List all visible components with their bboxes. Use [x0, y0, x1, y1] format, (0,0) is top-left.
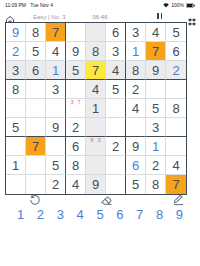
cell-r2c1[interactable]: 2: [6, 42, 26, 61]
cell-r6c7[interactable]: [126, 118, 146, 137]
cell-r2c3[interactable]: 4: [46, 42, 66, 61]
numpad-2[interactable]: 2: [37, 208, 44, 221]
cell-r5c2[interactable]: [26, 99, 46, 118]
given-digit: 5: [112, 83, 119, 96]
cell-r7c9[interactable]: [166, 137, 186, 156]
undo-icon: [29, 194, 41, 206]
cell-r1c1[interactable]: 9: [6, 23, 26, 42]
cell-r9c1[interactable]: [6, 175, 26, 194]
given-digit: 8: [12, 83, 19, 96]
cell-r4c8[interactable]: [146, 80, 166, 99]
user-digit: 2: [12, 45, 19, 58]
given-digit: 4: [152, 26, 159, 39]
battery-percent: 100%: [171, 3, 184, 8]
given-digit: 4: [92, 83, 99, 96]
given-digit: 3: [152, 121, 159, 134]
cell-r4c3[interactable]: 3: [46, 80, 66, 99]
cell-r9c9[interactable]: 7: [166, 175, 186, 194]
cell-r4c9[interactable]: [166, 80, 186, 99]
given-digit: 7: [52, 26, 59, 39]
numpad-5[interactable]: 5: [96, 208, 103, 221]
date-text: Tue Nov 4: [30, 2, 53, 8]
given-digit: 2: [72, 121, 79, 134]
settings-icon: [188, 18, 196, 26]
sudoku-board: 9876345254983176361574892834523714585923…: [5, 22, 187, 195]
cell-r7c6[interactable]: 2: [106, 137, 126, 156]
cell-r2c8[interactable]: 7: [146, 42, 166, 61]
cell-r7c2[interactable]: 7: [26, 137, 46, 156]
cell-r5c3[interactable]: [46, 99, 66, 118]
cell-r1c8[interactable]: 4: [146, 23, 166, 42]
cell-r3c8[interactable]: 9: [146, 61, 166, 80]
numpad-1[interactable]: 1: [17, 208, 24, 221]
cell-r4c1[interactable]: 8: [6, 80, 26, 99]
cell-r2c5[interactable]: 8: [86, 42, 106, 61]
settings-button[interactable]: [188, 12, 196, 30]
cell-r8c1[interactable]: 1: [6, 156, 26, 175]
battery-icon: [186, 3, 195, 8]
status-time-date: 11:09 PM Tue Nov 4: [5, 3, 53, 8]
user-digit: 1: [152, 140, 159, 153]
cell-r3c4[interactable]: 5: [66, 61, 86, 80]
cell-r1c5[interactable]: [86, 23, 106, 42]
given-digit: 9: [52, 121, 59, 134]
pencil-notes: 83: [86, 138, 105, 144]
cell-r8c7[interactable]: 6: [126, 156, 146, 175]
erase-button[interactable]: [100, 194, 114, 207]
cell-r8c5[interactable]: [86, 156, 106, 175]
numpad-9[interactable]: 9: [176, 208, 183, 221]
game-timer: 06:46: [0, 14, 200, 20]
given-digit: 5: [132, 178, 139, 191]
cell-r9c5[interactable]: 9: [86, 175, 106, 194]
given-digit: 8: [72, 159, 79, 172]
cell-r4c6[interactable]: 5: [106, 80, 126, 99]
cell-r6c5[interactable]: [86, 118, 106, 137]
cell-r4c5[interactable]: 4: [86, 80, 106, 99]
cell-r5c7[interactable]: 4: [126, 99, 146, 118]
numpad-4[interactable]: 4: [77, 208, 84, 221]
cell-r6c8[interactable]: 3: [146, 118, 166, 137]
given-digit: 4: [112, 64, 119, 77]
cell-r8c9[interactable]: 4: [166, 156, 186, 175]
eraser-icon: [100, 194, 113, 206]
cell-r9c2[interactable]: [26, 175, 46, 194]
given-digit: 2: [112, 140, 119, 153]
given-digit: 5: [152, 102, 159, 115]
cell-r3c3[interactable]: 1: [46, 61, 66, 80]
cell-r2c4[interactable]: 9: [66, 42, 86, 61]
pencil-icon: [172, 194, 185, 206]
cell-r7c3[interactable]: [46, 137, 66, 156]
given-digit: 2: [52, 178, 59, 191]
number-pad: 123456789: [0, 208, 200, 221]
cell-r2c6[interactable]: 3: [106, 42, 126, 61]
given-digit: 6: [32, 64, 39, 77]
numpad-3[interactable]: 3: [57, 208, 64, 221]
cell-r5c4[interactable]: 37: [66, 99, 86, 118]
notes-button[interactable]: [171, 194, 185, 207]
cell-r4c2[interactable]: [26, 80, 46, 99]
cell-r8c3[interactable]: 5: [46, 156, 66, 175]
cell-r6c2[interactable]: [26, 118, 46, 137]
cell-r3c9[interactable]: 2: [166, 61, 186, 80]
cell-r3c1[interactable]: 3: [6, 61, 26, 80]
cell-r3c7[interactable]: 8: [126, 61, 146, 80]
numpad-8[interactable]: 8: [156, 208, 163, 221]
cell-r2c7[interactable]: 1: [126, 42, 146, 61]
cell-r1c7[interactable]: 3: [126, 23, 146, 42]
user-digit: 9: [12, 26, 19, 39]
cell-r6c9[interactable]: [166, 118, 186, 137]
cell-r8c6[interactable]: [106, 156, 126, 175]
given-digit: 6: [72, 140, 79, 153]
given-digit: 3: [132, 26, 139, 39]
given-digit: 9: [132, 140, 139, 153]
cell-r7c4[interactable]: 6: [66, 137, 86, 156]
pencil-notes: 37: [66, 100, 85, 106]
pause-icon: [157, 13, 159, 19]
cell-r8c8[interactable]: 2: [146, 156, 166, 175]
cell-r7c8[interactable]: 1: [146, 137, 166, 156]
cell-r4c4[interactable]: [66, 80, 86, 99]
given-digit: 8: [32, 26, 39, 39]
given-digit: 8: [152, 178, 159, 191]
cell-r5c8[interactable]: 5: [146, 99, 166, 118]
given-digit: 4: [72, 178, 79, 191]
given-digit: 4: [172, 159, 179, 172]
given-digit: 5: [12, 121, 19, 134]
numpad-7[interactable]: 7: [136, 208, 143, 221]
cell-r3c2[interactable]: 6: [26, 61, 46, 80]
cell-r6c1[interactable]: 5: [6, 118, 26, 137]
cell-r5c9[interactable]: 8: [166, 99, 186, 118]
given-digit: 8: [172, 102, 179, 115]
cell-r1c4[interactable]: [66, 23, 86, 42]
user-digit: 1: [52, 64, 59, 77]
given-digit: 5: [72, 64, 79, 77]
cell-r7c7[interactable]: 9: [126, 137, 146, 156]
clock-text: 11:09 PM: [5, 2, 26, 8]
given-digit: 7: [92, 64, 99, 77]
cell-r8c2[interactable]: [26, 156, 46, 175]
given-digit: 7: [152, 45, 159, 58]
given-digit: 3: [112, 45, 119, 58]
given-digit: 3: [52, 83, 59, 96]
cell-r3c6[interactable]: 4: [106, 61, 126, 80]
cell-r9c7[interactable]: 5: [126, 175, 146, 194]
given-digit: 8: [132, 64, 139, 77]
cell-r7c5[interactable]: 83: [86, 137, 106, 156]
cell-r3c5[interactable]: 7: [86, 61, 106, 80]
cell-r1c2[interactable]: 8: [26, 23, 46, 42]
cell-r2c9[interactable]: 6: [166, 42, 186, 61]
cell-r1c6[interactable]: 6: [106, 23, 126, 42]
user-digit: 2: [172, 64, 179, 77]
wifi-icon: [163, 3, 169, 8]
given-digit: 1: [92, 102, 99, 115]
cell-r5c6[interactable]: [106, 99, 126, 118]
given-digit: 3: [12, 64, 19, 77]
cell-r8c4[interactable]: 8: [66, 156, 86, 175]
cell-r9c6[interactable]: [106, 175, 126, 194]
given-digit: 7: [172, 178, 179, 191]
cell-r5c1[interactable]: [6, 99, 26, 118]
pause-button[interactable]: [157, 13, 162, 19]
numpad-6[interactable]: 6: [116, 208, 123, 221]
cell-r1c9[interactable]: 5: [166, 23, 186, 42]
given-digit: 6: [112, 26, 119, 39]
given-digit: 2: [132, 83, 139, 96]
given-digit: 5: [52, 159, 59, 172]
cell-r7c1[interactable]: [6, 137, 26, 156]
given-digit: 6: [172, 45, 179, 58]
given-digit: 9: [72, 45, 79, 58]
cell-r9c4[interactable]: 4: [66, 175, 86, 194]
cell-r9c3[interactable]: 2: [46, 175, 66, 194]
given-digit: 8: [92, 45, 99, 58]
status-bar: 11:09 PM Tue Nov 4 100%: [0, 0, 200, 10]
cell-r6c6[interactable]: [106, 118, 126, 137]
cell-r4c7[interactable]: 2: [126, 80, 146, 99]
given-digit: 7: [32, 140, 39, 153]
cell-r2c2[interactable]: 5: [26, 42, 46, 61]
user-digit: 1: [132, 45, 139, 58]
given-digit: 1: [12, 159, 19, 172]
given-digit: 2: [152, 159, 159, 172]
cell-r1c3[interactable]: 7: [46, 23, 66, 42]
cell-r9c8[interactable]: 8: [146, 175, 166, 194]
given-digit: 4: [52, 45, 59, 58]
undo-button[interactable]: [28, 194, 42, 207]
given-digit: 4: [132, 102, 139, 115]
given-digit: 5: [32, 45, 39, 58]
cell-r6c3[interactable]: 9: [46, 118, 66, 137]
cell-r5c5[interactable]: 1: [86, 99, 106, 118]
given-digit: 9: [152, 64, 159, 77]
toolbar: [0, 193, 200, 207]
given-digit: 9: [92, 178, 99, 191]
cell-r6c4[interactable]: 2: [66, 118, 86, 137]
user-digit: 6: [132, 159, 139, 172]
given-digit: 5: [172, 26, 179, 39]
